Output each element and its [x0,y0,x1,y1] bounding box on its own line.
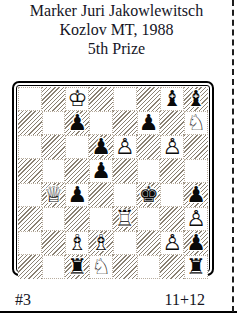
chess-problem-page: Marker Juri Jakowlewitsch Kozlov MT, 198… [0,0,241,318]
stipulation: #3 [15,291,31,309]
square-f3 [137,207,161,231]
square-e3: ♜♖ [113,207,137,231]
dashed-column-rule [232,0,234,312]
black-pawn-icon: ♟♟ [184,183,208,207]
square-g3 [160,207,184,231]
black-pawn-icon: ♟♟ [89,135,113,159]
problem-title: Marker Juri Jakowlewitsch Kozlov MT, 198… [0,1,233,58]
square-f6 [137,135,161,159]
title-tourney: Kozlov MT, 1988 [0,20,233,39]
square-h5 [184,159,208,183]
square-a4 [18,183,42,207]
white-knight-icon: ♞♘ [90,256,112,278]
square-g2: ♟♙ [160,231,184,255]
chessboard-inner-frame: ♚♔♝♝♝♝♟♟♟♟♞♘♟♟♟♙♟♙♟♟♛♕♟♟♚♚♟♟♜♖♟♙♝♗♝♗♟♙♟♟… [16,85,210,272]
square-e5 [113,159,137,183]
square-g1 [160,255,184,279]
white-bishop-icon: ♝♗ [89,231,113,255]
square-g7 [160,111,184,135]
square-d2: ♝♗ [89,231,113,255]
square-f5 [137,159,161,183]
black-bishop-icon: ♝♝ [161,88,183,110]
square-h2: ♟♟ [184,231,208,255]
white-bishop-icon: ♝♗ [66,232,88,254]
white-pawn-icon: ♟♙ [114,136,136,158]
square-h1: ♜♜ [184,255,208,279]
bottom-rule [0,311,237,313]
black-rook-icon: ♜♜ [65,255,89,279]
white-queen-icon: ♛♕ [42,183,66,207]
square-b1 [42,255,66,279]
square-f4: ♚♚ [137,183,161,207]
square-e6: ♟♙ [113,135,137,159]
chessboard-grid: ♚♔♝♝♝♝♟♟♟♟♞♘♟♟♟♙♟♙♟♟♛♕♟♟♚♚♟♟♜♖♟♙♝♗♝♗♟♙♟♟… [18,87,208,270]
square-c1: ♜♜ [65,255,89,279]
material-count: 11+12 [165,291,205,309]
square-b8 [42,87,66,111]
square-c2: ♝♗ [65,231,89,255]
square-b2 [42,231,66,255]
title-prize: 5th Prize [0,39,233,58]
square-f1 [137,255,161,279]
square-c3 [65,207,89,231]
white-pawn-icon: ♟♙ [185,208,207,230]
white-king-icon: ♚♔ [66,88,88,110]
square-h3: ♟♙ [184,207,208,231]
square-e2 [113,231,137,255]
square-c5 [65,159,89,183]
black-bishop-icon: ♝♝ [184,87,208,111]
white-pawn-icon: ♟♙ [161,232,183,254]
chessboard: ♚♔♝♝♝♝♟♟♟♟♞♘♟♟♟♙♟♙♟♟♛♕♟♟♚♚♟♟♜♖♟♙♝♗♝♗♟♙♟♟… [12,81,214,276]
square-d8 [89,87,113,111]
square-c6 [65,135,89,159]
square-f7: ♟♟ [137,111,161,135]
square-d3 [89,207,113,231]
square-d1: ♞♘ [89,255,113,279]
black-rook-icon: ♜♜ [185,256,207,278]
square-a1 [18,255,42,279]
square-f8 [137,87,161,111]
square-b7 [42,111,66,135]
white-knight-icon: ♞♘ [185,112,207,134]
square-h6 [184,135,208,159]
square-f2 [137,231,161,255]
square-e4 [113,183,137,207]
square-b5 [42,159,66,183]
square-h8: ♝♝ [184,87,208,111]
black-pawn-icon: ♟♟ [65,111,89,135]
square-a3 [18,207,42,231]
square-e1 [113,255,137,279]
black-pawn-icon: ♟♟ [184,231,208,255]
square-b6 [42,135,66,159]
square-g4 [160,183,184,207]
square-g5 [160,159,184,183]
caption-row: #3 11+12 [15,291,205,309]
title-author: Marker Juri Jakowlewitsch [0,1,233,20]
black-pawn-icon: ♟♟ [138,112,160,134]
black-king-icon: ♚♚ [137,183,161,207]
square-h7: ♞♘ [184,111,208,135]
white-rook-icon: ♜♖ [113,207,137,231]
square-e7 [113,111,137,135]
square-g8: ♝♝ [160,87,184,111]
square-d6: ♟♟ [89,135,113,159]
square-a5 [18,159,42,183]
square-c8: ♚♔ [65,87,89,111]
square-d5: ♟♟ [89,159,113,183]
square-h4: ♟♟ [184,183,208,207]
square-a2 [18,231,42,255]
square-a8 [18,87,42,111]
square-e8 [113,87,137,111]
white-pawn-icon: ♟♙ [161,136,183,158]
square-c4: ♟♟ [65,183,89,207]
square-d7 [89,111,113,135]
square-d4 [89,183,113,207]
black-pawn-icon: ♟♟ [66,184,88,206]
square-a7 [18,111,42,135]
square-c7: ♟♟ [65,111,89,135]
square-b4: ♛♕ [42,183,66,207]
square-a6 [18,135,42,159]
square-g6: ♟♙ [160,135,184,159]
square-b3 [42,207,66,231]
black-pawn-icon: ♟♟ [90,160,112,182]
